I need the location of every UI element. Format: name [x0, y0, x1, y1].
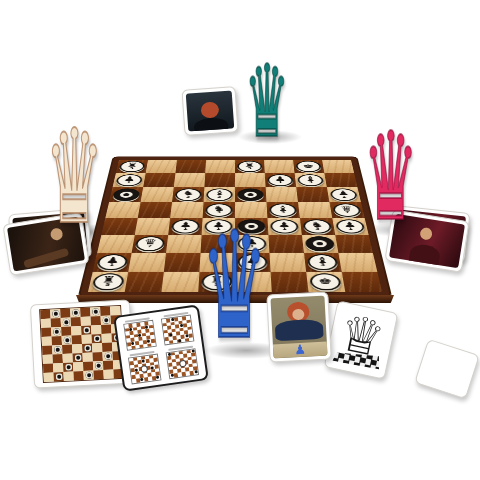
square-r8c8[interactable]	[342, 272, 382, 292]
mini-disc	[62, 319, 69, 326]
disc-rook[interactable]: ♜5	[91, 273, 125, 290]
piece-value: 1	[183, 228, 188, 231]
disc-king[interactable]: ♚	[309, 273, 342, 290]
square-r2c3[interactable]	[174, 173, 205, 187]
mini-grid-3	[125, 350, 164, 385]
square-r3c2[interactable]	[141, 187, 174, 202]
square-r2c5[interactable]	[235, 173, 266, 187]
mini-disc	[85, 372, 92, 379]
portrait-body	[275, 319, 324, 342]
square-r4c8[interactable]: ♛7	[329, 202, 364, 218]
piece-value: 5	[105, 283, 111, 287]
front-portrait-card[interactable]: ♟	[266, 291, 331, 362]
mini-grid-4	[163, 344, 202, 379]
disc-queen[interactable]: ♛7	[135, 236, 166, 251]
square-r7c7[interactable]: ♝3	[304, 253, 342, 272]
portrait-hair	[200, 101, 219, 118]
disc-pawn[interactable]: ♟1	[270, 219, 299, 233]
piece-value: 1	[127, 181, 132, 184]
square-r5c2[interactable]	[135, 218, 170, 235]
square-r4c7[interactable]	[298, 202, 332, 218]
piece-value: 3	[320, 264, 325, 268]
puzzle-mini-board	[39, 305, 125, 383]
square-r1c6[interactable]	[264, 160, 295, 173]
square-r4c3[interactable]	[170, 202, 203, 218]
disc-pawn[interactable]: ♟1	[171, 219, 200, 233]
square-r1c5[interactable]: ♜5	[235, 160, 265, 173]
square-r4c6[interactable]: ♝3	[266, 202, 299, 218]
mini-disc	[74, 354, 81, 361]
front-portrait-art: ♟	[270, 296, 327, 359]
piece-value: 1	[342, 196, 347, 199]
disc-pawn[interactable]: ♟1	[335, 219, 366, 233]
mini-disc	[93, 335, 100, 342]
disc-knight[interactable]: ♞3	[303, 219, 333, 233]
square-r1c1[interactable]: ♜5	[116, 160, 148, 173]
square-r3c7[interactable]	[296, 187, 329, 202]
disc-pawn[interactable]: ♟1	[115, 174, 143, 186]
disc-rook[interactable]: ♜5	[237, 161, 262, 172]
piece-value: 3	[217, 196, 221, 199]
square-r5c1[interactable]	[101, 218, 137, 235]
piece-value: 5	[129, 167, 133, 170]
cream-queen-piece[interactable]: ♛	[45, 112, 103, 242]
square-r1c4[interactable]	[205, 160, 235, 173]
top-portrait-art	[186, 90, 235, 131]
disc-facedown[interactable]	[112, 188, 141, 201]
square-r3c6[interactable]	[266, 187, 298, 202]
square-r8c7[interactable]: ♚	[306, 272, 345, 292]
square-r6c2[interactable]: ♛7	[132, 235, 169, 253]
piece-glyph: ♚	[318, 278, 333, 285]
mini-disc	[55, 373, 62, 380]
mini-grid-2	[158, 311, 197, 346]
piece-glyph: ♚	[302, 164, 314, 169]
square-r8c6[interactable]	[271, 272, 309, 292]
queen-art-card[interactable]: ♕	[324, 300, 399, 379]
disc-knight[interactable]: ♞3	[175, 188, 202, 201]
mini-disc	[94, 362, 101, 369]
piece-value: 1	[109, 264, 114, 268]
piece-value: 7	[147, 245, 152, 248]
square-r2c6[interactable]: ♟1	[265, 173, 296, 187]
square-r2c1[interactable]: ♟1	[113, 173, 146, 187]
mini-disc	[54, 346, 61, 353]
square-r3c8[interactable]: ♟1	[327, 187, 361, 202]
scene: ♜5♜5♚♟1♟1♝3♞3♝3♟1♞3♝3♛7♟1♟1♟1♞3♟1♛7♟1♟1♟…	[0, 0, 480, 480]
square-r2c8[interactable]	[324, 173, 357, 187]
mini-disc	[83, 327, 90, 334]
square-r3c1[interactable]	[109, 187, 143, 202]
ring-mark	[244, 192, 257, 198]
disc-facedown[interactable]	[305, 236, 336, 251]
disc-bishop[interactable]: ♝3	[307, 254, 339, 270]
mini-disc	[84, 345, 91, 352]
square-r6c7[interactable]	[302, 235, 339, 253]
square-r5c3[interactable]: ♟1	[168, 218, 202, 235]
square-r6c3[interactable]	[166, 235, 202, 253]
square-r7c6[interactable]	[269, 253, 306, 272]
square-r8c3[interactable]	[161, 272, 199, 292]
square-r7c8[interactable]	[338, 253, 377, 272]
square-r1c2[interactable]	[146, 160, 177, 173]
disc-rook[interactable]: ♜5	[118, 161, 145, 172]
ring-mark	[312, 240, 327, 247]
queen-drawing-icon: ♕	[335, 307, 389, 365]
square-r7c3[interactable]	[164, 253, 201, 272]
mini-disc	[92, 308, 99, 315]
disc-bishop[interactable]: ♝3	[269, 203, 297, 216]
square-r5c6[interactable]: ♟1	[267, 218, 301, 235]
piece-value: 1	[282, 228, 287, 231]
square-r1c3[interactable]	[175, 160, 206, 173]
disc-pawn[interactable]: ♟1	[267, 174, 293, 186]
mini-disc	[102, 317, 109, 324]
mini-grid-1	[120, 317, 159, 352]
mini-disc	[53, 328, 60, 335]
piece-value: 3	[309, 181, 313, 184]
puzzle-grids-card[interactable]	[113, 304, 209, 391]
square-r8c2[interactable]	[125, 272, 164, 292]
piece-value: 3	[315, 228, 320, 231]
disc-bishop[interactable]: ♝3	[297, 174, 324, 186]
mini-disc	[63, 337, 70, 344]
square-r3c3[interactable]: ♞3	[172, 187, 204, 202]
piece-value: 3	[186, 196, 190, 199]
square-r8c1[interactable]: ♜5	[88, 272, 128, 292]
square-r1c8[interactable]	[322, 160, 354, 173]
mini-disc	[65, 364, 72, 371]
mini-disc	[72, 309, 79, 316]
square-r7c1[interactable]: ♟1	[93, 253, 132, 272]
square-r6c6[interactable]	[268, 235, 304, 253]
square-r7c2[interactable]	[128, 253, 166, 272]
disc-pawn[interactable]: ♟1	[330, 188, 359, 201]
disc-queen[interactable]: ♛7	[332, 203, 362, 216]
portrait-body	[194, 117, 229, 132]
ring-mark	[119, 192, 133, 198]
teal-queen-piece[interactable]: ♛	[244, 52, 289, 152]
square-r2c2[interactable]	[143, 173, 175, 187]
square-r4c1[interactable]	[105, 202, 140, 218]
top-portrait-card[interactable]	[181, 86, 238, 136]
mini-disc	[52, 310, 59, 317]
blue-pawn-icon: ♟	[294, 343, 306, 357]
pink-queen-piece[interactable]: ♛	[363, 116, 418, 238]
blue-queen-piece[interactable]: ♛	[201, 212, 267, 360]
portrait-table: ♟	[273, 341, 328, 358]
piece-value: 7	[345, 211, 350, 214]
square-r2c4[interactable]	[204, 173, 235, 187]
piece-value: 1	[348, 228, 353, 231]
piece-value: 5	[248, 167, 252, 170]
mini-disc	[104, 352, 111, 359]
piece-value: 3	[281, 211, 285, 214]
piece-value: 1	[278, 181, 282, 184]
disc-king[interactable]: ♚	[295, 161, 321, 172]
queen-art: ♕	[328, 305, 393, 375]
square-r4c2[interactable]	[138, 202, 172, 218]
square-r1c7[interactable]: ♚	[293, 160, 324, 173]
disc-pawn[interactable]: ♟1	[96, 254, 129, 270]
blank-card[interactable]	[414, 339, 480, 399]
square-r5c7[interactable]: ♞3	[300, 218, 335, 235]
square-r2c7[interactable]: ♝3	[295, 173, 327, 187]
